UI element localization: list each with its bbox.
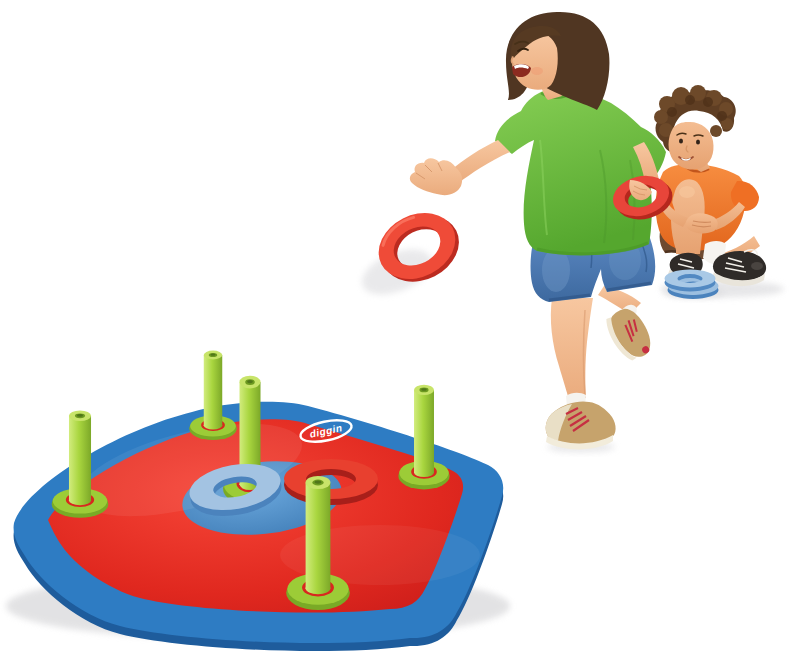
back-corner-peg [189,351,237,440]
girl-standing-leg [551,298,593,400]
girl-standing-shoe [546,401,616,449]
target-mat: diggin [6,351,510,652]
girl-open-hand [410,158,462,195]
girl-back-shoe [601,303,658,365]
boy-face [669,122,714,170]
scene-illustration: diggin [0,0,800,665]
boy-knee-highlight [679,186,695,198]
boy [654,85,784,298]
girl-shirt [495,90,666,256]
ring-toss-product-photo: diggin [0,0,800,665]
